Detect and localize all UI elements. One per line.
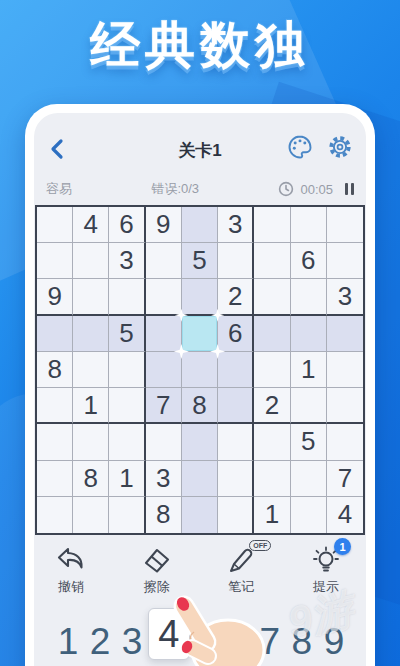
cell-r4c8[interactable] xyxy=(327,352,363,388)
keypad-key-9[interactable]: 9 xyxy=(318,623,350,660)
cell-r5c6[interactable]: 2 xyxy=(254,388,290,424)
mistakes-label: 错误:0/3 xyxy=(151,180,199,198)
status-bar: 容易 错误:0/3 00:05 xyxy=(34,179,366,199)
cell-r1c0[interactable] xyxy=(37,243,73,279)
cell-r2c3[interactable] xyxy=(146,279,182,315)
timer-value: 00:05 xyxy=(300,182,333,197)
keypad-key-8[interactable]: 8 xyxy=(286,623,318,660)
cell-r5c4[interactable]: 8 xyxy=(182,388,218,424)
cell-r1c6[interactable] xyxy=(254,243,290,279)
undo-label: 撤销 xyxy=(58,578,84,596)
cell-r6c0[interactable] xyxy=(37,424,73,460)
cell-r8c5[interactable] xyxy=(218,497,254,533)
keypad-key-1[interactable]: 1 xyxy=(52,623,84,660)
keypad-key-4[interactable]: 4 xyxy=(148,608,190,660)
cell-r1c2[interactable]: 3 xyxy=(109,243,145,279)
cell-r2c2[interactable] xyxy=(109,279,145,315)
cell-r0c5[interactable]: 3 xyxy=(218,207,254,243)
cell-r4c1[interactable] xyxy=(73,352,109,388)
cell-r6c2[interactable] xyxy=(109,424,145,460)
cell-r1c4[interactable]: 5 xyxy=(182,243,218,279)
keypad-key-5[interactable]: 5 xyxy=(190,623,222,660)
cell-r6c1[interactable] xyxy=(73,424,109,460)
cell-r7c0[interactable] xyxy=(37,461,73,497)
cell-r1c8[interactable] xyxy=(327,243,363,279)
cell-r6c6[interactable] xyxy=(254,424,290,460)
cell-r8c6[interactable]: 1 xyxy=(254,497,290,533)
clock-icon xyxy=(278,181,294,197)
cell-r0c7[interactable] xyxy=(291,207,327,243)
cell-r4c5[interactable] xyxy=(218,352,254,388)
cell-r1c5[interactable] xyxy=(218,243,254,279)
cell-r3c0[interactable] xyxy=(37,316,73,352)
cell-r2c8[interactable]: 3 xyxy=(327,279,363,315)
cell-r0c0[interactable] xyxy=(37,207,73,243)
cell-r7c4[interactable] xyxy=(182,461,218,497)
cell-r8c4[interactable] xyxy=(182,497,218,533)
cell-r7c7[interactable] xyxy=(291,461,327,497)
cell-r6c4[interactable] xyxy=(182,424,218,460)
cell-r2c7[interactable] xyxy=(291,279,327,315)
cell-r0c2[interactable]: 6 xyxy=(109,207,145,243)
cell-r7c2[interactable]: 1 xyxy=(109,461,145,497)
undo-button[interactable]: 撤销 xyxy=(54,545,88,596)
page: { "game": "sudoku (经典数独 classic sudoku m… xyxy=(0,0,400,666)
cell-r6c5[interactable] xyxy=(218,424,254,460)
hint-label: 提示 xyxy=(313,578,339,596)
cell-r1c1[interactable] xyxy=(73,243,109,279)
cell-r5c8[interactable] xyxy=(327,388,363,424)
cell-r4c6[interactable] xyxy=(254,352,290,388)
erase-label: 擦除 xyxy=(144,578,170,596)
cell-r6c7[interactable]: 5 xyxy=(291,424,327,460)
cell-r3c7[interactable] xyxy=(291,316,327,352)
cell-r7c5[interactable] xyxy=(218,461,254,497)
cell-r8c3[interactable]: 8 xyxy=(146,497,182,533)
cell-r8c8[interactable]: 4 xyxy=(327,497,363,533)
difficulty-label: 容易 xyxy=(46,180,72,198)
cell-r1c7[interactable]: 6 xyxy=(291,243,327,279)
cell-r2c4[interactable] xyxy=(182,279,218,315)
cell-r5c0[interactable] xyxy=(37,388,73,424)
cell-r8c0[interactable] xyxy=(37,497,73,533)
notes-off-badge: OFF xyxy=(249,540,271,551)
cell-r4c0[interactable]: 8 xyxy=(37,352,73,388)
keypad-key-6[interactable]: 6 xyxy=(222,623,254,660)
cell-r4c4[interactable] xyxy=(182,352,218,388)
phone-mockup: 关卡1 xyxy=(25,104,375,666)
pause-button[interactable] xyxy=(343,181,356,197)
cell-r5c2[interactable] xyxy=(109,388,145,424)
notes-button[interactable]: OFF 笔记 xyxy=(225,545,257,596)
cell-r7c1[interactable]: 8 xyxy=(73,461,109,497)
cell-r6c8[interactable] xyxy=(327,424,363,460)
keypad-key-2[interactable]: 2 xyxy=(84,623,116,660)
cell-r4c3[interactable] xyxy=(146,352,182,388)
cell-r3c1[interactable] xyxy=(73,316,109,352)
cell-r2c5[interactable]: 2 xyxy=(218,279,254,315)
cell-r1c3[interactable] xyxy=(146,243,182,279)
cell-r6c3[interactable] xyxy=(146,424,182,460)
chevron-left-icon xyxy=(48,137,70,161)
cell-r3c5[interactable]: 6 xyxy=(218,316,254,352)
hint-count-badge: 1 xyxy=(334,538,351,555)
sudoku-board: 46933569235681178258137814 xyxy=(35,205,365,535)
cell-r2c0[interactable]: 9 xyxy=(37,279,73,315)
theme-palette-button[interactable] xyxy=(286,133,314,161)
cell-r4c2[interactable] xyxy=(109,352,145,388)
undo-arrow-icon xyxy=(54,545,88,575)
keypad-key-3[interactable]: 3 xyxy=(116,623,148,660)
cell-r3c6[interactable] xyxy=(254,316,290,352)
erase-button[interactable]: 擦除 xyxy=(141,545,173,596)
cell-r8c1[interactable] xyxy=(73,497,109,533)
cell-r7c3[interactable]: 3 xyxy=(146,461,182,497)
keypad-key-7[interactable]: 7 xyxy=(254,623,286,660)
cell-r3c4[interactable] xyxy=(182,316,218,352)
cell-r3c8[interactable] xyxy=(327,316,363,352)
cell-r2c1[interactable] xyxy=(73,279,109,315)
cell-r7c8[interactable]: 7 xyxy=(327,461,363,497)
cell-r5c1[interactable]: 1 xyxy=(73,388,109,424)
cell-r4c7[interactable]: 1 xyxy=(291,352,327,388)
cell-r5c3[interactable]: 7 xyxy=(146,388,182,424)
palette-icon xyxy=(286,133,314,161)
notes-label: 笔记 xyxy=(228,578,254,596)
toolbar: 撤销 擦除 OFF 笔记 1 xyxy=(34,535,366,596)
settings-button[interactable] xyxy=(326,133,354,161)
cell-r2c6[interactable] xyxy=(254,279,290,315)
cell-r0c6[interactable] xyxy=(254,207,290,243)
number-keypad: 123456789 xyxy=(34,596,366,660)
app-banner-title: 经典数独 xyxy=(0,12,400,79)
cell-r8c2[interactable] xyxy=(109,497,145,533)
cell-r8c7[interactable] xyxy=(291,497,327,533)
cell-r5c5[interactable] xyxy=(218,388,254,424)
back-button[interactable] xyxy=(48,137,70,161)
eraser-icon xyxy=(141,545,173,575)
cell-r3c3[interactable] xyxy=(146,316,182,352)
gear-icon xyxy=(326,133,354,161)
cell-r0c3[interactable]: 9 xyxy=(146,207,182,243)
cell-r7c6[interactable] xyxy=(254,461,290,497)
cell-r0c1[interactable]: 4 xyxy=(73,207,109,243)
hint-button[interactable]: 1 提示 xyxy=(310,545,342,596)
cell-r0c4[interactable] xyxy=(182,207,218,243)
cell-r5c7[interactable] xyxy=(291,388,327,424)
header: 关卡1 xyxy=(34,113,366,169)
app-screen: 关卡1 xyxy=(34,113,366,666)
cell-r3c2[interactable]: 5 xyxy=(109,316,145,352)
cell-r0c8[interactable] xyxy=(327,207,363,243)
